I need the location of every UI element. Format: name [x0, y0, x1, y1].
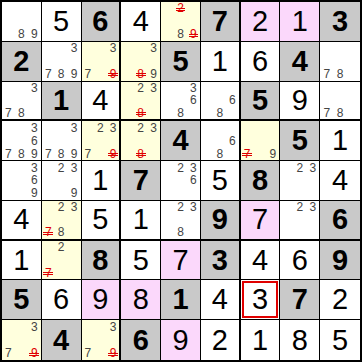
solved-digit: 4	[212, 285, 228, 314]
candidate-8: 8	[15, 147, 28, 160]
candidate-3: 3	[306, 201, 319, 214]
cell-r1c5[interactable]: 289	[161, 2, 201, 42]
pencil-marks: 36789	[2, 121, 41, 160]
cell-r8c7[interactable]: 3	[241, 280, 281, 320]
cell-r4c3[interactable]: 2379	[82, 121, 122, 161]
solved-digit: 5	[92, 205, 108, 234]
pencil-marks: 389	[121, 42, 160, 81]
candidate-7: 7	[82, 147, 95, 160]
solved-digit: 1	[252, 326, 268, 355]
solved-digit: 8	[133, 285, 149, 314]
solved-digit: 6	[252, 47, 268, 76]
given-digit: 7	[292, 285, 308, 314]
cell-r1c6[interactable]: 7	[201, 2, 241, 42]
cell-r9c3[interactable]: 379	[82, 320, 122, 360]
solved-digit: 9	[92, 285, 108, 314]
candidate-8: 8	[55, 147, 68, 160]
cell-r8c3[interactable]: 9	[82, 280, 122, 320]
solved-digit: 1	[292, 7, 308, 36]
pencil-marks: 378	[2, 82, 41, 120]
candidate-9: 9	[68, 147, 81, 160]
cell-r5c8[interactable]: 23	[280, 161, 320, 201]
cell-r5c5[interactable]: 236	[161, 161, 201, 201]
pencil-marks: 78	[320, 82, 360, 120]
solved-digit: 6	[292, 246, 308, 275]
candidate-7-eliminated: 7	[241, 147, 254, 160]
solved-digit: 5	[212, 166, 228, 195]
cell-r2c9[interactable]: 78	[320, 42, 360, 82]
candidate-7: 7	[320, 107, 333, 120]
given-digit: 5	[13, 285, 29, 314]
candidate-8-eliminated: 8	[134, 147, 147, 160]
solved-digit: 1	[332, 126, 348, 155]
solved-digit: 7	[252, 205, 268, 234]
cell-r4c6[interactable]: 68	[201, 121, 241, 161]
candidate-7: 7	[2, 107, 15, 120]
given-digit: 1	[53, 86, 69, 115]
given-digit: 8	[92, 246, 108, 275]
given-digit: 3	[332, 7, 348, 36]
cell-r3c4[interactable]: 238	[121, 82, 161, 122]
candidate-7: 7	[82, 347, 95, 360]
cell-r9c1[interactable]: 379	[2, 320, 42, 360]
candidate-9: 9	[68, 187, 81, 200]
cell-r8c1[interactable]: 5	[2, 280, 42, 320]
candidate-3: 3	[68, 201, 81, 214]
solved-digit: 8	[292, 326, 308, 355]
cell-r3c5[interactable]: 368	[161, 82, 201, 122]
given-digit: 5	[292, 126, 308, 155]
cell-r9c8[interactable]: 8	[280, 320, 320, 360]
cell-r5c2[interactable]: 239	[42, 161, 82, 201]
pencil-marks: 379	[82, 320, 120, 360]
cell-r6c1[interactable]: 4	[2, 201, 42, 241]
solved-digit: 2	[332, 285, 348, 314]
cell-r8c5[interactable]: 1	[161, 280, 201, 320]
candidate-7-eliminated: 7	[42, 267, 55, 280]
cell-r7c1[interactable]: 1	[2, 241, 42, 281]
cell-r6c5[interactable]: 238	[161, 201, 201, 241]
cell-r1c1[interactable]: 89	[2, 2, 42, 42]
cell-r1c9[interactable]: 3	[320, 2, 360, 42]
candidate-2: 2	[94, 121, 107, 134]
cell-r6c3[interactable]: 5	[82, 201, 122, 241]
candidate-8: 8	[333, 68, 346, 81]
given-digit: 2	[13, 47, 29, 76]
cell-r3c1[interactable]: 378	[2, 82, 42, 122]
candidate-2-eliminated: 2	[174, 2, 187, 15]
candidate-8: 8	[174, 28, 187, 41]
pencil-marks: 68	[201, 82, 239, 120]
candidate-8: 8	[213, 147, 226, 160]
candidate-3: 3	[107, 42, 120, 55]
cell-r6c7[interactable]: 7	[241, 201, 281, 241]
pencil-marks: 238	[121, 82, 160, 120]
pencil-marks: 368	[161, 82, 200, 120]
cell-r7c2[interactable]: 27	[42, 241, 82, 281]
candidate-9: 9	[28, 147, 41, 160]
cell-r4c1[interactable]: 36789	[2, 121, 42, 161]
cell-r5c4[interactable]: 7	[121, 161, 161, 201]
pencil-marks: 379	[2, 320, 41, 360]
candidate-8: 8	[174, 226, 187, 239]
pencil-marks: 23	[280, 201, 319, 239]
candidate-3: 3	[306, 161, 319, 174]
candidate-2: 2	[134, 82, 147, 95]
cell-r3c8[interactable]: 9	[280, 82, 320, 122]
candidate-3: 3	[107, 320, 120, 333]
candidate-8: 8	[213, 107, 226, 120]
candidate-9: 9	[147, 68, 160, 81]
candidate-6: 6	[28, 174, 41, 187]
solved-digit: 4	[92, 86, 108, 115]
candidate-7-eliminated: 7	[42, 226, 55, 239]
cell-r2c2[interactable]: 3789	[42, 42, 82, 82]
pencil-marks: 89	[2, 2, 41, 41]
cell-r2c5[interactable]: 5	[161, 42, 201, 82]
cell-r3c3[interactable]: 4	[82, 82, 122, 122]
given-digit: 9	[212, 205, 228, 234]
cell-r4c4[interactable]: 238	[121, 121, 161, 161]
candidate-7: 7	[320, 68, 333, 81]
cell-r9c4[interactable]: 6	[121, 320, 161, 360]
solved-digit: 4	[13, 205, 29, 234]
candidate-6: 6	[187, 94, 200, 107]
cell-r6c8[interactable]: 23	[280, 201, 320, 241]
candidate-7: 7	[42, 147, 55, 160]
candidate-9: 9	[28, 28, 41, 41]
cell-r5c1[interactable]: 369	[2, 161, 42, 201]
cell-r2c8[interactable]: 4	[280, 42, 320, 82]
pencil-marks: 78	[320, 42, 360, 81]
given-digit: 4	[292, 47, 308, 76]
candidate-9-eliminated: 9	[28, 347, 41, 360]
pencil-marks: 68	[201, 121, 239, 160]
candidate-9: 9	[267, 147, 280, 160]
candidate-3: 3	[28, 161, 41, 174]
pencil-marks: 27	[42, 241, 81, 280]
sudoku-board: 8956428972132378937938951647837814238368…	[0, 0, 362, 362]
given-digit: 8	[252, 166, 268, 195]
cell-r7c8[interactable]: 6	[280, 241, 320, 281]
candidate-9-eliminated: 9	[107, 147, 120, 160]
given-digit: 6	[92, 7, 108, 36]
candidate-3: 3	[68, 42, 81, 55]
pencil-marks: 238	[121, 121, 160, 160]
pencil-marks: 3789	[42, 121, 81, 160]
cell-r9c9[interactable]: 5	[320, 320, 360, 360]
candidate-3: 3	[28, 121, 41, 134]
candidate-9-eliminated: 9	[187, 28, 200, 41]
candidate-2: 2	[134, 121, 147, 134]
candidate-3: 3	[147, 42, 160, 55]
candidate-6: 6	[226, 134, 239, 147]
candidate-8: 8	[55, 226, 68, 239]
solved-digit: 6	[53, 285, 69, 314]
cell-r1c2[interactable]: 5	[42, 2, 82, 42]
candidate-8: 8	[55, 68, 68, 81]
cell-r1c8[interactable]: 1	[280, 2, 320, 42]
candidate-2: 2	[293, 161, 306, 174]
candidate-2: 2	[293, 201, 306, 214]
cell-r1c3[interactable]: 6	[82, 2, 122, 42]
given-digit: 7	[212, 7, 228, 36]
cell-r7c4[interactable]: 5	[121, 241, 161, 281]
candidate-3: 3	[147, 82, 160, 95]
cell-r8c2[interactable]: 6	[42, 280, 82, 320]
candidate-3: 3	[28, 320, 41, 333]
given-digit: 7	[133, 166, 149, 195]
given-digit: 5	[252, 86, 268, 115]
cell-r9c2[interactable]: 4	[42, 320, 82, 360]
candidate-8-eliminated: 8	[134, 107, 147, 120]
given-digit: 1	[172, 285, 188, 314]
given-digit: 5	[172, 47, 188, 76]
candidate-2: 2	[174, 201, 187, 214]
candidate-9-eliminated: 9	[107, 347, 120, 360]
given-digit: 4	[53, 326, 69, 355]
solved-digit: 5	[133, 246, 149, 275]
solved-digit: 1	[92, 166, 108, 195]
solved-digit: 4	[252, 246, 268, 275]
pencil-marks: 2378	[42, 201, 81, 239]
candidate-8-eliminated: 8	[134, 68, 147, 81]
cell-r9c5[interactable]: 9	[161, 320, 201, 360]
solved-digit: 7	[172, 246, 188, 275]
given-digit: 6	[332, 205, 348, 234]
candidate-3: 3	[187, 82, 200, 95]
candidate-9: 9	[28, 187, 41, 200]
cell-r2c7[interactable]: 6	[241, 42, 281, 82]
pencil-marks: 3789	[42, 42, 81, 81]
candidate-7: 7	[2, 147, 15, 160]
candidate-3: 3	[28, 82, 41, 95]
solved-digit: 9	[172, 326, 188, 355]
candidate-8: 8	[333, 107, 346, 120]
cell-r1c4[interactable]: 4	[121, 2, 161, 42]
cell-r7c6[interactable]: 3	[201, 241, 241, 281]
pencil-marks: 379	[82, 42, 120, 81]
cell-r4c8[interactable]: 5	[280, 121, 320, 161]
cell-r7c3[interactable]: 8	[82, 241, 122, 281]
solved-digit: 3	[252, 285, 268, 314]
given-digit: 4	[172, 126, 188, 155]
cell-r2c4[interactable]: 389	[121, 42, 161, 82]
candidate-6: 6	[226, 94, 239, 107]
solved-digit: 1	[13, 246, 29, 275]
cell-r1c7[interactable]: 2	[241, 2, 281, 42]
candidate-6: 6	[187, 174, 200, 187]
cell-r8c6[interactable]: 4	[201, 280, 241, 320]
candidate-6: 6	[28, 134, 41, 147]
given-digit: 6	[133, 326, 149, 355]
solved-digit: 1	[133, 205, 149, 234]
solved-digit: 5	[53, 7, 69, 36]
cell-r6c4[interactable]: 1	[121, 201, 161, 241]
candidate-9-eliminated: 9	[107, 68, 120, 81]
cell-r6c6[interactable]: 9	[201, 201, 241, 241]
pencil-marks: 238	[161, 201, 200, 239]
cell-r3c6[interactable]: 68	[201, 82, 241, 122]
pencil-marks: 2379	[82, 121, 120, 160]
cell-r2c3[interactable]: 379	[82, 42, 122, 82]
candidate-2: 2	[55, 241, 68, 254]
cell-r5c9[interactable]: 4	[320, 161, 360, 201]
cell-r8c9[interactable]: 2	[320, 280, 360, 320]
given-digit: 3	[212, 246, 228, 275]
solved-digit: 1	[212, 47, 228, 76]
candidate-7: 7	[2, 347, 15, 360]
candidate-3: 3	[187, 161, 200, 174]
candidate-3: 3	[68, 161, 81, 174]
cell-r6c9[interactable]: 6	[320, 201, 360, 241]
pencil-marks: 23	[280, 161, 319, 200]
cell-r3c7[interactable]: 5	[241, 82, 281, 122]
candidate-3: 3	[107, 121, 120, 134]
pencil-marks: 289	[161, 2, 200, 41]
candidate-3: 3	[147, 121, 160, 134]
candidate-3: 3	[68, 121, 81, 134]
given-digit: 9	[332, 246, 348, 275]
cell-r4c7[interactable]: 79	[241, 121, 281, 161]
candidate-8: 8	[15, 107, 28, 120]
cell-r4c9[interactable]: 1	[320, 121, 360, 161]
solved-digit: 4	[332, 166, 348, 195]
cell-r2c1[interactable]: 2	[2, 42, 42, 82]
pencil-marks: 239	[42, 161, 81, 200]
candidate-2: 2	[55, 161, 68, 174]
candidate-3: 3	[187, 201, 200, 214]
cell-r6c2[interactable]: 2378	[42, 201, 82, 241]
candidate-8: 8	[174, 107, 187, 120]
pencil-marks: 79	[241, 121, 280, 160]
cell-r3c2[interactable]: 1	[42, 82, 82, 122]
cell-r7c7[interactable]: 4	[241, 241, 281, 281]
solved-digit: 5	[332, 326, 348, 355]
cell-r2c6[interactable]: 1	[201, 42, 241, 82]
solved-digit: 9	[292, 86, 308, 115]
pencil-marks: 236	[161, 161, 200, 200]
solved-digit: 2	[252, 7, 268, 36]
cell-r4c2[interactable]: 3789	[42, 121, 82, 161]
cell-r7c9[interactable]: 9	[320, 241, 360, 281]
cell-r9c7[interactable]: 1	[241, 320, 281, 360]
cell-r5c7[interactable]: 8	[241, 161, 281, 201]
solved-digit: 2	[212, 326, 228, 355]
cell-r3c9[interactable]: 78	[320, 82, 360, 122]
candidate-7: 7	[42, 68, 55, 81]
cell-r7c5[interactable]: 7	[161, 241, 201, 281]
cell-r4c5[interactable]: 4	[161, 121, 201, 161]
cell-r5c3[interactable]: 1	[82, 161, 122, 201]
candidate-2: 2	[55, 201, 68, 214]
cell-r8c8[interactable]: 7	[280, 280, 320, 320]
candidate-8: 8	[15, 28, 28, 41]
solved-digit: 4	[133, 7, 149, 36]
candidate-9: 9	[68, 68, 81, 81]
cell-r8c4[interactable]: 8	[121, 280, 161, 320]
candidate-7: 7	[82, 68, 95, 81]
cell-r9c6[interactable]: 2	[201, 320, 241, 360]
pencil-marks: 369	[2, 161, 41, 200]
cell-r5c6[interactable]: 5	[201, 161, 241, 201]
candidate-2: 2	[174, 161, 187, 174]
